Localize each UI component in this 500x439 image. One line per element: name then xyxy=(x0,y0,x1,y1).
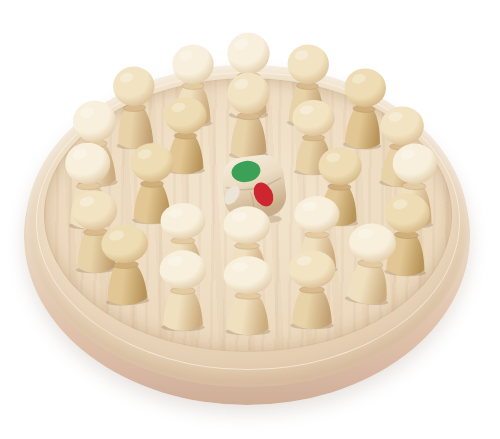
peg-r2-c3[interactable] xyxy=(225,68,272,160)
peg-r5-c5[interactable] xyxy=(340,217,401,308)
peg-head xyxy=(227,73,269,114)
peg-head xyxy=(172,44,213,84)
peg-r5-c4[interactable] xyxy=(286,246,338,330)
peg-r5-c1[interactable] xyxy=(98,219,154,308)
peg-head xyxy=(64,142,110,185)
peg-head xyxy=(224,256,273,294)
peg-head xyxy=(289,250,336,288)
peg-head xyxy=(292,100,334,136)
peg-body xyxy=(227,296,268,335)
peg-head xyxy=(318,146,362,185)
peg-body xyxy=(346,263,390,306)
peg-head xyxy=(347,221,398,264)
product-photo-stage xyxy=(0,0,500,439)
peg-head xyxy=(160,250,207,289)
peg-head xyxy=(295,196,340,233)
peg-head xyxy=(112,66,155,107)
peg-r5-c3[interactable] xyxy=(221,252,275,336)
peg-body xyxy=(163,292,203,331)
peg-head xyxy=(287,44,330,85)
peg-head xyxy=(161,203,206,239)
peg-r5-c2[interactable] xyxy=(157,246,209,332)
peg-head xyxy=(164,97,206,134)
peg-head xyxy=(224,206,271,244)
peg-head xyxy=(130,143,173,182)
peg-head xyxy=(392,143,437,185)
peg-body xyxy=(292,290,332,329)
peg-body xyxy=(106,265,148,306)
peg-head xyxy=(100,223,149,264)
